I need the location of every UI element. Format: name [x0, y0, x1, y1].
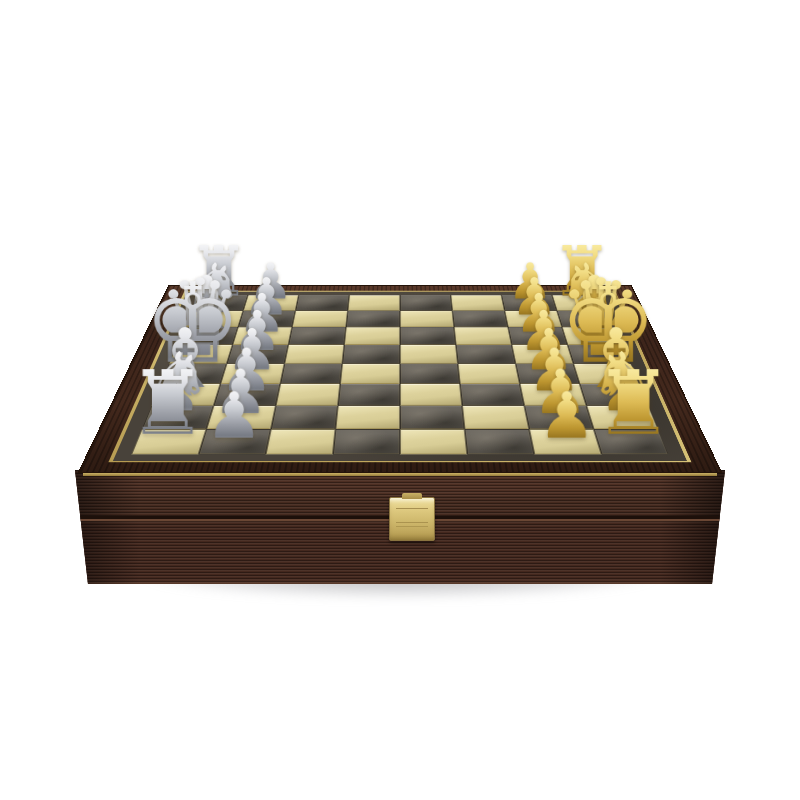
piece-black-rook-h8[interactable]: ♜ [593, 360, 673, 449]
chess-set-photo: ♜♟♟♜♞♟♟♞♝♟♟♝♛♟♟♛♚♟♟♚♝♟♟♝♞♟♟♞♜♟♟♜ [0, 0, 800, 800]
chess-board: ♜♟♟♜♞♟♟♞♝♟♟♝♛♟♟♛♚♟♟♚♝♟♟♝♞♟♟♞♜♟♟♜ [80, 286, 720, 472]
piece-white-rook-h1[interactable]: ♜ [127, 360, 207, 449]
piece-black-pawn-h7[interactable]: ♟ [538, 385, 595, 449]
board-perspective-wrapper: ♜♟♟♜♞♟♟♞♝♟♟♝♛♟♟♛♚♟♟♚♝♟♟♝♞♟♟♞♜♟♟♜ [0, 0, 800, 800]
piece-white-pawn-h2[interactable]: ♟ [205, 385, 262, 449]
pieces-layer: ♜♟♟♜♞♟♟♞♝♟♟♝♛♟♟♛♚♟♟♚♝♟♟♝♞♟♟♞♜♟♟♜ [80, 286, 720, 472]
